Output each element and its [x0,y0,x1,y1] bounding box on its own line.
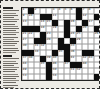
crossword-coupon: TELEVISION CROSSWORD 1234567891011121314… [0,0,100,89]
across-clue-line [3,26,18,27]
black-cell [94,74,100,80]
down-clue-line [3,80,19,81]
across-clue-line [3,28,19,29]
down-clue-line [3,85,18,86]
down-clue-line [3,58,19,59]
down-clue-line [3,65,14,66]
down-clue-line [3,63,18,64]
crossword-grid[interactable]: 1234567891011121314151617181920212223242… [21,7,100,81]
down-clue-line [3,76,19,77]
down-clue-line [3,74,18,75]
across-clue-line [3,37,18,38]
down-clue-line [3,71,15,72]
down-clue-line [3,87,14,88]
across-clue-line [3,45,15,46]
down-header [3,55,12,57]
across-clue-line [3,50,19,51]
down-clue-line [3,69,17,70]
down-clue-line [3,82,16,83]
across-clue-line [3,32,19,33]
across-clue-line [3,41,19,42]
across-clue-line [3,39,14,40]
down-clue-line [3,78,16,79]
down-clue-line [3,61,16,62]
across-clue-line [3,17,14,18]
across-clue-line [3,13,16,14]
across-clue-line [3,15,18,16]
across-clue-line [3,21,17,22]
down-clue-line [3,67,19,68]
across-header [3,7,13,9]
across-clue-line [3,24,15,25]
across-clue-line [3,30,16,31]
clues-column [3,7,20,89]
across-clue-line [3,10,19,11]
across-clue-line [3,19,19,20]
across-clue-line [3,43,17,44]
across-clue-line [3,48,18,49]
cell-number: 26 [94,32,100,35]
across-clue-line [3,52,16,53]
solution-note: See next week's TV GUIDE for solution [21,82,100,89]
across-clue-line [3,34,16,35]
